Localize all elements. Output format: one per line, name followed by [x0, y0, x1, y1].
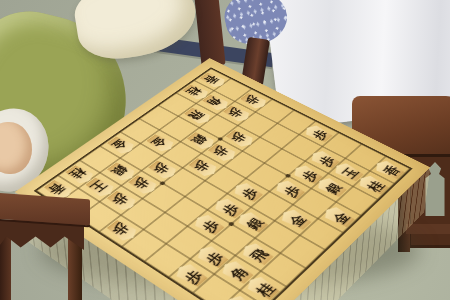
piece-sente-角[interactable]: 角	[216, 257, 257, 288]
square-6-8[interactable]	[255, 221, 299, 253]
square-5-8[interactable]: 金	[275, 205, 318, 236]
square-9-9[interactable]: 香	[218, 290, 265, 300]
square-6-6[interactable]: 歩	[208, 194, 251, 224]
piece-sente-歩[interactable]: 歩	[270, 177, 308, 203]
square-8-9[interactable]: 桂	[240, 271, 286, 300]
square-7-7[interactable]	[211, 224, 255, 256]
square-7-9[interactable]	[260, 253, 305, 287]
square-6-9[interactable]	[280, 235, 325, 268]
piece-sente-銀[interactable]: 銀	[232, 208, 271, 236]
star-point	[159, 181, 166, 186]
square-9-4[interactable]: 歩	[100, 215, 144, 246]
square-5-7[interactable]	[251, 191, 294, 221]
square-6-7[interactable]: 銀	[231, 207, 274, 238]
square-7-8[interactable]: 飛	[235, 238, 280, 271]
square-4-9[interactable]: 金	[318, 202, 361, 232]
star-point	[228, 221, 235, 226]
piece-sente-歩[interactable]: 歩	[192, 242, 233, 272]
piece-sente-香[interactable]: 香	[220, 291, 263, 300]
square-7-5[interactable]	[165, 196, 208, 226]
square-8-3[interactable]: 歩	[100, 186, 143, 215]
piece-gote-歩[interactable]: 歩	[103, 188, 141, 214]
square-3-9[interactable]	[336, 186, 378, 215]
square-8-8[interactable]: 角	[215, 256, 261, 290]
square-6-5[interactable]	[185, 181, 227, 210]
square-8-4[interactable]	[121, 199, 164, 229]
square-9-8[interactable]	[193, 274, 240, 300]
square-8-7[interactable]: 歩	[190, 241, 235, 274]
square-9-6[interactable]	[145, 244, 190, 277]
left-komadai-stand	[0, 196, 92, 300]
piece-sente-歩[interactable]: 歩	[189, 211, 228, 239]
piece-sente-桂[interactable]: 桂	[241, 272, 283, 300]
square-4-8[interactable]	[293, 189, 335, 219]
square-8-5[interactable]	[144, 212, 188, 243]
square-5-6[interactable]: 歩	[227, 178, 269, 207]
square-4-7[interactable]: 歩	[269, 176, 311, 205]
piece-sente-金[interactable]: 金	[319, 203, 358, 230]
square-7-6[interactable]: 歩	[188, 210, 232, 241]
piece-gote-歩[interactable]: 歩	[103, 217, 143, 245]
square-9-5[interactable]	[122, 229, 167, 261]
piece-sente-金[interactable]: 金	[276, 206, 315, 233]
square-5-9[interactable]	[299, 218, 343, 250]
piece-sente-歩[interactable]: 歩	[228, 179, 266, 205]
piece-sente-飛[interactable]: 飛	[237, 239, 278, 268]
square-9-7[interactable]: 歩	[169, 258, 215, 292]
photo-stage: 香桂金桂香王銀金飛角歩歩歩銀歩歩歩歩歩歩歩歩歩歩歩歩銀歩歩歩角飛金銀玉香桂金桂香	[0, 0, 450, 300]
square-8-6[interactable]	[167, 226, 211, 258]
piece-sente-歩[interactable]: 歩	[170, 260, 212, 291]
square-7-4[interactable]	[143, 183, 185, 212]
piece-sente-歩[interactable]: 歩	[209, 195, 248, 222]
